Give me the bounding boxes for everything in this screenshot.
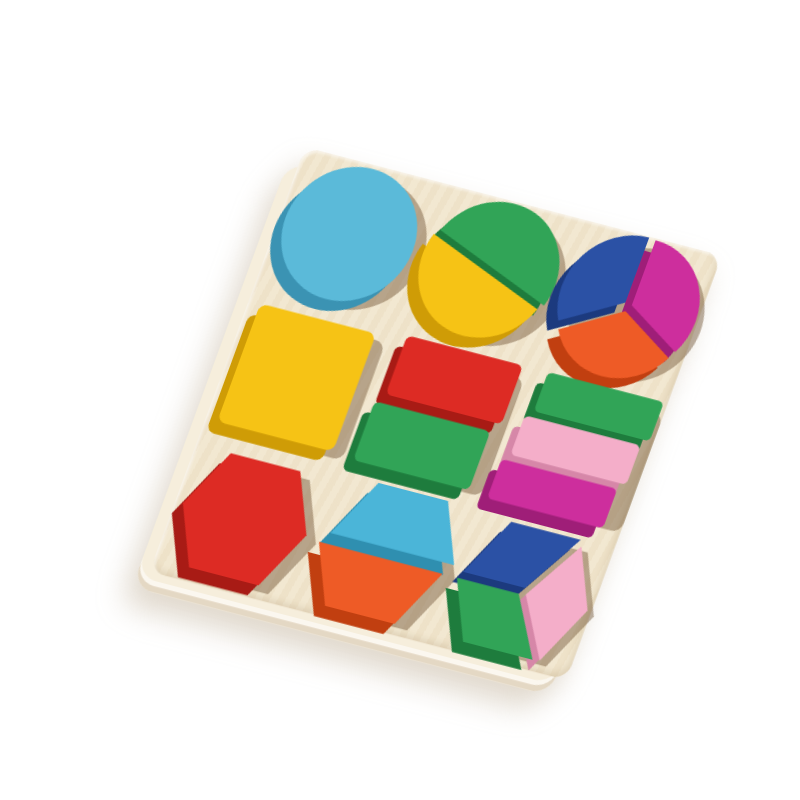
puzzle-board [149,147,722,680]
product-photo [0,0,800,800]
